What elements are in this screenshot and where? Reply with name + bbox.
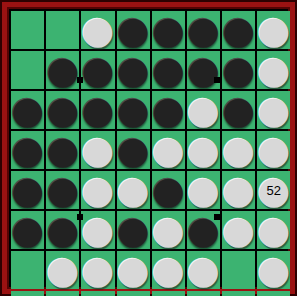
black-disc: ● (117, 211, 150, 249)
square-g5[interactable]: ● (222, 171, 255, 209)
white-disc: ● (81, 131, 114, 169)
square-c1[interactable]: ● (81, 11, 114, 49)
square-b6[interactable]: ● (46, 211, 79, 249)
square-a6[interactable]: ● (11, 211, 44, 249)
square-f1[interactable]: ● (187, 11, 220, 49)
white-disc: ● (187, 291, 220, 296)
square-d5[interactable]: ● (117, 171, 150, 209)
white-disc: ● (187, 131, 220, 169)
square-g1[interactable]: ● (222, 11, 255, 49)
square-d3[interactable]: ● (117, 91, 150, 129)
square-f8[interactable]: ● (187, 291, 220, 296)
white-disc: ● (117, 291, 150, 296)
square-e3[interactable]: ● (152, 91, 185, 129)
white-disc: ● (257, 91, 290, 129)
white-disc: ● (222, 131, 255, 169)
black-disc: ● (187, 11, 220, 49)
square-c8[interactable] (81, 291, 114, 296)
white-disc: ● (257, 171, 290, 209)
black-disc: ● (46, 51, 79, 89)
white-disc: ● (222, 211, 255, 249)
white-disc: ● (187, 91, 220, 129)
square-g3[interactable]: ● (222, 91, 255, 129)
black-disc: ● (222, 11, 255, 49)
square-h7[interactable]: ● (257, 251, 290, 289)
black-disc: ● (11, 171, 44, 209)
black-disc: ● (46, 131, 79, 169)
square-c5[interactable]: ● (81, 171, 114, 209)
square-c6[interactable]: ● (81, 211, 114, 249)
board-frame: ●●●●●●●●●●●●●●●●●●●●●●●●●●●●●●●●●●●●●52●… (0, 0, 297, 296)
square-h2[interactable]: ● (257, 51, 290, 89)
black-disc: ● (11, 211, 44, 249)
white-disc: ● (222, 171, 255, 209)
square-g6[interactable]: ● (222, 211, 255, 249)
white-disc: ● (81, 171, 114, 209)
square-h6[interactable]: ● (257, 211, 290, 249)
black-disc: ● (222, 91, 255, 129)
square-g7[interactable] (222, 251, 255, 289)
white-disc: ● (257, 11, 290, 49)
white-disc: ● (187, 171, 220, 209)
square-f3[interactable]: ● (187, 91, 220, 129)
square-f5[interactable]: ● (187, 171, 220, 209)
square-e1[interactable]: ● (152, 11, 185, 49)
othello-board: ●●●●●●●●●●●●●●●●●●●●●●●●●●●●●●●●●●●●●52●… (9, 9, 288, 287)
square-a5[interactable]: ● (11, 171, 44, 209)
square-d8[interactable]: ● (117, 291, 150, 296)
square-b7[interactable]: ● (46, 251, 79, 289)
white-disc: ● (222, 291, 255, 296)
square-h5[interactable]: ●52 (257, 171, 290, 209)
square-b2[interactable]: ● (46, 51, 79, 89)
square-e8[interactable]: ● (152, 291, 185, 296)
square-a8[interactable] (11, 291, 44, 296)
square-a7[interactable] (11, 251, 44, 289)
square-e7[interactable]: ● (152, 251, 185, 289)
square-h8[interactable] (257, 291, 290, 296)
square-a3[interactable]: ● (11, 91, 44, 129)
black-disc: ● (11, 91, 44, 129)
square-e5[interactable]: ● (152, 171, 185, 209)
black-disc: ● (117, 91, 150, 129)
black-disc: ● (117, 131, 150, 169)
square-a2[interactable] (11, 51, 44, 89)
square-b1[interactable] (46, 11, 79, 49)
white-disc: ● (117, 251, 150, 289)
white-disc: ● (152, 251, 185, 289)
square-f4[interactable]: ● (187, 131, 220, 169)
white-disc: ● (46, 251, 79, 289)
white-disc: ● (81, 251, 114, 289)
square-c2[interactable]: ● (81, 51, 114, 89)
black-disc: ● (46, 91, 79, 129)
square-h3[interactable]: ● (257, 91, 290, 129)
square-a1[interactable] (11, 11, 44, 49)
black-disc: ● (152, 171, 185, 209)
square-c7[interactable]: ● (81, 251, 114, 289)
move-number-label: 52 (257, 171, 290, 209)
black-disc: ● (11, 131, 44, 169)
square-b5[interactable]: ● (46, 171, 79, 209)
square-c4[interactable]: ● (81, 131, 114, 169)
square-a4[interactable]: ● (11, 131, 44, 169)
square-b8[interactable]: ● (46, 291, 79, 296)
square-f6[interactable]: ● (187, 211, 220, 249)
white-disc: ● (152, 131, 185, 169)
white-disc: ● (152, 211, 185, 249)
black-disc: ● (46, 171, 79, 209)
square-e2[interactable]: ● (152, 51, 185, 89)
square-e6[interactable]: ● (152, 211, 185, 249)
square-e4[interactable]: ● (152, 131, 185, 169)
square-f2[interactable]: ● (187, 51, 220, 89)
square-d2[interactable]: ● (117, 51, 150, 89)
square-d7[interactable]: ● (117, 251, 150, 289)
black-disc: ● (152, 91, 185, 129)
square-h1[interactable]: ● (257, 11, 290, 49)
white-disc: ● (81, 11, 114, 49)
white-disc: ● (152, 291, 185, 296)
square-c3[interactable]: ● (81, 91, 114, 129)
square-b4[interactable]: ● (46, 131, 79, 169)
square-f7[interactable]: ● (187, 251, 220, 289)
black-disc: ● (46, 211, 79, 249)
square-d6[interactable]: ● (117, 211, 150, 249)
white-disc: ● (117, 171, 150, 209)
black-disc: ● (187, 211, 220, 249)
black-disc: ● (46, 291, 79, 296)
square-d1[interactable]: ● (117, 11, 150, 49)
black-disc: ● (117, 11, 150, 49)
black-disc: ● (222, 51, 255, 89)
black-disc: ● (81, 91, 114, 129)
square-b3[interactable]: ● (46, 91, 79, 129)
board-frame-inner: ●●●●●●●●●●●●●●●●●●●●●●●●●●●●●●●●●●●●●52●… (7, 7, 290, 289)
white-disc: ● (257, 131, 290, 169)
square-d4[interactable]: ● (117, 131, 150, 169)
square-h4[interactable]: ● (257, 131, 290, 169)
white-disc: ● (187, 251, 220, 289)
square-g8[interactable]: ● (222, 291, 255, 296)
black-disc: ● (152, 11, 185, 49)
square-g2[interactable]: ● (222, 51, 255, 89)
white-disc: ● (257, 211, 290, 249)
white-disc: ● (257, 251, 290, 289)
white-disc: ● (257, 51, 290, 89)
black-disc: ● (187, 51, 220, 89)
square-g4[interactable]: ● (222, 131, 255, 169)
black-disc: ● (81, 51, 114, 89)
black-disc: ● (152, 51, 185, 89)
white-disc: ● (81, 211, 114, 249)
black-disc: ● (117, 51, 150, 89)
